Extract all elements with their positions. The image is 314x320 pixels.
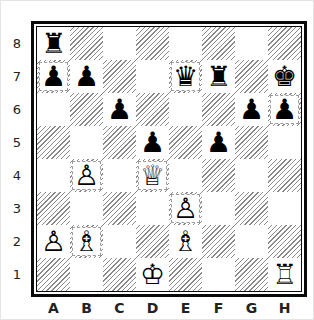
square-e8[interactable]: [169, 27, 202, 60]
square-c6[interactable]: ♟: [103, 93, 136, 126]
rank-label-1: 1: [7, 258, 27, 291]
square-g2[interactable]: [235, 225, 268, 258]
rank-label-7: 7: [7, 60, 27, 93]
square-d1[interactable]: ♔: [136, 258, 169, 291]
square-h2[interactable]: [268, 225, 301, 258]
chess-board: ♜♟♟♛♜♚♟♟♟♟♟♙♕♙♙♗♗♔♖: [36, 26, 302, 292]
square-c2[interactable]: [103, 225, 136, 258]
square-h3[interactable]: [268, 192, 301, 225]
rank-label-4: 4: [7, 159, 27, 192]
square-f1[interactable]: [202, 258, 235, 291]
square-a3[interactable]: [37, 192, 70, 225]
square-h8[interactable]: [268, 27, 301, 60]
square-g5[interactable]: [235, 126, 268, 159]
square-b2[interactable]: ♗: [70, 225, 103, 258]
file-label-d: D: [136, 299, 169, 317]
black-pawn: ♟: [105, 95, 134, 124]
file-label-g: G: [235, 299, 268, 317]
square-c7[interactable]: [103, 60, 136, 93]
square-g8[interactable]: [235, 27, 268, 60]
white-pawn: ♙: [171, 194, 200, 223]
square-f7[interactable]: ♜: [202, 60, 235, 93]
square-h1[interactable]: ♖: [268, 258, 301, 291]
white-bishop: ♗: [171, 227, 200, 256]
square-e2[interactable]: ♗: [169, 225, 202, 258]
square-e5[interactable]: [169, 126, 202, 159]
square-h4[interactable]: [268, 159, 301, 192]
black-pawn: ♟: [39, 62, 68, 91]
square-h5[interactable]: [268, 126, 301, 159]
square-b1[interactable]: [70, 258, 103, 291]
square-b7[interactable]: ♟: [70, 60, 103, 93]
square-g6[interactable]: ♟: [235, 93, 268, 126]
black-pawn: ♟: [237, 95, 266, 124]
square-d5[interactable]: ♟: [136, 126, 169, 159]
square-g7[interactable]: [235, 60, 268, 93]
square-e3[interactable]: ♙: [169, 192, 202, 225]
square-g1[interactable]: [235, 258, 268, 291]
file-label-b: B: [70, 299, 103, 317]
square-c8[interactable]: [103, 27, 136, 60]
square-a5[interactable]: [37, 126, 70, 159]
square-f6[interactable]: [202, 93, 235, 126]
scanned-chess-diagram: 87654321 ♜♟♟♛♜♚♟♟♟♟♟♙♕♙♙♗♗♔♖ ABCDEFGH: [0, 0, 314, 320]
black-rook: ♜: [204, 62, 233, 91]
square-d3[interactable]: [136, 192, 169, 225]
square-c1[interactable]: [103, 258, 136, 291]
black-pawn: ♟: [270, 95, 299, 124]
square-g4[interactable]: [235, 159, 268, 192]
square-d7[interactable]: [136, 60, 169, 93]
file-label-a: A: [37, 299, 70, 317]
square-f4[interactable]: [202, 159, 235, 192]
rank-label-6: 6: [7, 93, 27, 126]
square-a4[interactable]: [37, 159, 70, 192]
square-b3[interactable]: [70, 192, 103, 225]
white-queen: ♕: [138, 161, 167, 190]
square-f3[interactable]: [202, 192, 235, 225]
black-pawn: ♟: [138, 128, 167, 157]
white-king: ♔: [138, 260, 167, 289]
square-h6[interactable]: ♟: [268, 93, 301, 126]
square-a6[interactable]: [37, 93, 70, 126]
square-e6[interactable]: [169, 93, 202, 126]
black-queen: ♛: [171, 62, 200, 91]
square-e7[interactable]: ♛: [169, 60, 202, 93]
square-d2[interactable]: [136, 225, 169, 258]
square-f8[interactable]: [202, 27, 235, 60]
square-c5[interactable]: [103, 126, 136, 159]
white-pawn: ♙: [39, 227, 68, 256]
square-a1[interactable]: [37, 258, 70, 291]
rank-label-8: 8: [7, 27, 27, 60]
square-b6[interactable]: [70, 93, 103, 126]
white-bishop: ♗: [72, 227, 101, 256]
file-label-f: F: [202, 299, 235, 317]
black-pawn: ♟: [204, 128, 233, 157]
square-f2[interactable]: [202, 225, 235, 258]
file-label-h: H: [268, 299, 301, 317]
square-e1[interactable]: [169, 258, 202, 291]
square-e4[interactable]: [169, 159, 202, 192]
file-label-c: C: [103, 299, 136, 317]
rank-label-3: 3: [7, 192, 27, 225]
board-frame: ♜♟♟♛♜♚♟♟♟♟♟♙♕♙♙♗♗♔♖: [31, 21, 307, 297]
square-a7[interactable]: ♟: [37, 60, 70, 93]
file-label-e: E: [169, 299, 202, 317]
square-d4[interactable]: ♕: [136, 159, 169, 192]
square-d8[interactable]: [136, 27, 169, 60]
white-pawn: ♙: [72, 161, 101, 190]
square-g3[interactable]: [235, 192, 268, 225]
square-a8[interactable]: ♜: [37, 27, 70, 60]
square-c4[interactable]: [103, 159, 136, 192]
square-a2[interactable]: ♙: [37, 225, 70, 258]
black-king: ♚: [270, 62, 299, 91]
square-f5[interactable]: ♟: [202, 126, 235, 159]
square-b5[interactable]: [70, 126, 103, 159]
rank-label-2: 2: [7, 225, 27, 258]
black-pawn: ♟: [72, 62, 101, 91]
black-rook: ♜: [39, 29, 68, 58]
square-b8[interactable]: [70, 27, 103, 60]
square-b4[interactable]: ♙: [70, 159, 103, 192]
square-c3[interactable]: [103, 192, 136, 225]
square-d6[interactable]: [136, 93, 169, 126]
rank-label-5: 5: [7, 126, 27, 159]
white-rook: ♖: [270, 260, 299, 289]
square-h7[interactable]: ♚: [268, 60, 301, 93]
